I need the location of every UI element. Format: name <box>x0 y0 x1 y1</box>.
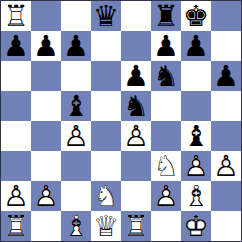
square-b8[interactable] <box>31 1 61 31</box>
square-a4[interactable] <box>1 121 31 151</box>
square-f6[interactable]: ♞ <box>151 61 181 91</box>
white-queen-piece: ♛♕ <box>91 211 121 241</box>
black-knight-piece: ♞ <box>121 91 151 121</box>
square-g3[interactable]: ♟♙ <box>181 151 211 181</box>
black-bishop-piece: ♝ <box>181 121 211 151</box>
square-h5[interactable] <box>211 91 241 121</box>
square-g1[interactable]: ♚♔ <box>181 211 211 241</box>
white-bishop-piece: ♝♗ <box>61 211 91 241</box>
square-f2[interactable]: ♟♙ <box>151 181 181 211</box>
square-c1[interactable]: ♝♗ <box>61 211 91 241</box>
square-d5[interactable] <box>91 91 121 121</box>
square-f8[interactable]: ♜ <box>151 1 181 31</box>
square-d7[interactable] <box>91 31 121 61</box>
square-b3[interactable] <box>31 151 61 181</box>
white-pawn-piece: ♟♙ <box>181 151 211 181</box>
square-f7[interactable]: ♟ <box>151 31 181 61</box>
chess-board: ♜♖♛♜♚♟♟♟♟♟♟♞♟♝♞♟♙♟♙♝♞♘♟♙♟♙♟♙♟♙♞♘♟♙♝♗♜♖♝♗… <box>0 0 242 242</box>
square-c4[interactable]: ♟♙ <box>61 121 91 151</box>
square-b7[interactable]: ♟ <box>31 31 61 61</box>
square-c5[interactable]: ♝ <box>61 91 91 121</box>
black-pawn-piece: ♟ <box>31 31 61 61</box>
square-g8[interactable]: ♚ <box>181 1 211 31</box>
white-knight-piece: ♞♘ <box>151 151 181 181</box>
square-d4[interactable] <box>91 121 121 151</box>
square-e5[interactable]: ♞ <box>121 91 151 121</box>
white-pawn-piece: ♟♙ <box>31 181 61 211</box>
white-bishop-piece: ♝♗ <box>181 181 211 211</box>
square-f1[interactable] <box>151 211 181 241</box>
square-f3[interactable]: ♞♘ <box>151 151 181 181</box>
square-g2[interactable]: ♝♗ <box>181 181 211 211</box>
white-rook-piece: ♜♖ <box>121 211 151 241</box>
square-e2[interactable] <box>121 181 151 211</box>
square-a7[interactable]: ♟ <box>1 31 31 61</box>
white-pawn-piece: ♟♙ <box>1 181 31 211</box>
square-a6[interactable] <box>1 61 31 91</box>
black-queen-piece: ♛ <box>91 1 121 31</box>
square-a8[interactable]: ♜♖ <box>1 1 31 31</box>
square-d3[interactable] <box>91 151 121 181</box>
black-bishop-piece: ♝ <box>61 91 91 121</box>
square-e7[interactable] <box>121 31 151 61</box>
square-d6[interactable] <box>91 61 121 91</box>
square-h2[interactable] <box>211 181 241 211</box>
square-e3[interactable] <box>121 151 151 181</box>
black-pawn-piece: ♟ <box>121 61 151 91</box>
square-f4[interactable] <box>151 121 181 151</box>
square-d1[interactable]: ♛♕ <box>91 211 121 241</box>
square-c3[interactable] <box>61 151 91 181</box>
black-king-piece: ♚ <box>181 1 211 31</box>
black-rook-piece: ♜ <box>151 1 181 31</box>
square-c6[interactable] <box>61 61 91 91</box>
square-b2[interactable]: ♟♙ <box>31 181 61 211</box>
square-a3[interactable] <box>1 151 31 181</box>
square-g4[interactable]: ♝ <box>181 121 211 151</box>
square-h3[interactable]: ♟♙ <box>211 151 241 181</box>
square-h6[interactable]: ♟ <box>211 61 241 91</box>
square-h7[interactable] <box>211 31 241 61</box>
square-b5[interactable] <box>31 91 61 121</box>
square-h4[interactable] <box>211 121 241 151</box>
white-pawn-piece: ♟♙ <box>211 151 241 181</box>
square-g6[interactable] <box>181 61 211 91</box>
white-pawn-piece: ♟♙ <box>121 121 151 151</box>
white-rook-piece: ♜♖ <box>1 211 31 241</box>
square-a2[interactable]: ♟♙ <box>1 181 31 211</box>
square-c7[interactable]: ♟ <box>61 31 91 61</box>
square-e4[interactable]: ♟♙ <box>121 121 151 151</box>
square-b1[interactable] <box>31 211 61 241</box>
white-pawn-piece: ♟♙ <box>61 121 91 151</box>
white-knight-piece: ♞♘ <box>91 181 121 211</box>
square-e6[interactable]: ♟ <box>121 61 151 91</box>
white-pawn-piece: ♟♙ <box>151 181 181 211</box>
square-c8[interactable] <box>61 1 91 31</box>
black-pawn-piece: ♟ <box>1 31 31 61</box>
black-pawn-piece: ♟ <box>181 31 211 61</box>
square-g7[interactable]: ♟ <box>181 31 211 61</box>
square-g5[interactable] <box>181 91 211 121</box>
square-b4[interactable] <box>31 121 61 151</box>
square-a1[interactable]: ♜♖ <box>1 211 31 241</box>
white-king-piece: ♚♔ <box>181 211 211 241</box>
black-knight-piece: ♞ <box>151 61 181 91</box>
white-rook-piece: ♜♖ <box>1 1 31 31</box>
black-pawn-piece: ♟ <box>61 31 91 61</box>
square-d2[interactable]: ♞♘ <box>91 181 121 211</box>
square-h8[interactable] <box>211 1 241 31</box>
black-pawn-piece: ♟ <box>211 61 241 91</box>
square-e8[interactable] <box>121 1 151 31</box>
square-h1[interactable] <box>211 211 241 241</box>
black-pawn-piece: ♟ <box>151 31 181 61</box>
square-c2[interactable] <box>61 181 91 211</box>
square-b6[interactable] <box>31 61 61 91</box>
square-e1[interactable]: ♜♖ <box>121 211 151 241</box>
square-f5[interactable] <box>151 91 181 121</box>
square-a5[interactable] <box>1 91 31 121</box>
square-d8[interactable]: ♛ <box>91 1 121 31</box>
